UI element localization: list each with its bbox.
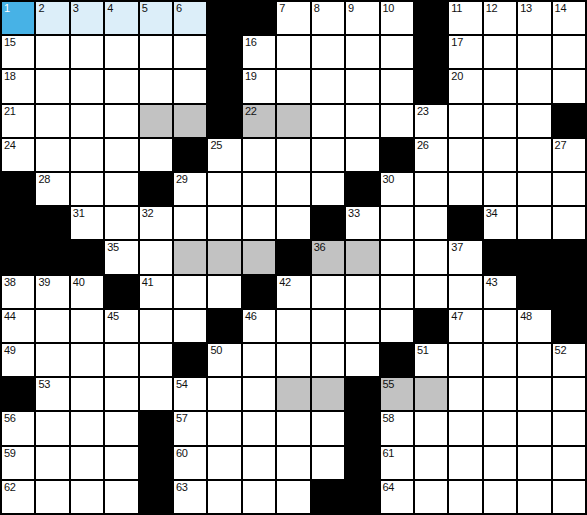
cell-r6c3[interactable] [105, 207, 137, 239]
cell-r9c2[interactable] [71, 310, 103, 342]
cell-r11c11[interactable]: 55 [381, 378, 413, 410]
cell-r8c14[interactable]: 43 [484, 276, 516, 308]
cell-r0c16[interactable]: 14 [553, 2, 585, 34]
clue-number: 22 [245, 105, 257, 118]
clue-number: 32 [142, 207, 154, 220]
clue-number: 44 [4, 310, 16, 323]
cell-r5c2[interactable] [71, 173, 103, 205]
cell-r2c13[interactable]: 20 [449, 70, 481, 102]
cell-r4c10[interactable] [346, 139, 378, 171]
clue-number: 3 [73, 2, 79, 15]
cell-r11c9[interactable] [312, 378, 344, 410]
cell-r5c12[interactable] [415, 173, 447, 205]
cell-r1c8[interactable] [277, 36, 309, 68]
cell-r6c5[interactable] [174, 207, 206, 239]
cell-r5c16[interactable] [553, 173, 585, 205]
cell-r6c2[interactable]: 31 [71, 207, 103, 239]
cell-r4c7[interactable] [243, 139, 275, 171]
black-cell-r1c12 [415, 36, 447, 68]
cell-r5c6[interactable] [208, 173, 240, 205]
cell-r11c3[interactable] [105, 378, 137, 410]
cell-r10c12[interactable]: 51 [415, 344, 447, 376]
cell-r8c9[interactable] [312, 276, 344, 308]
cell-r1c13[interactable]: 17 [449, 36, 481, 68]
cell-r5c11[interactable]: 30 [381, 173, 413, 205]
black-cell-r8c16 [553, 276, 585, 308]
cell-r0c15[interactable]: 13 [518, 2, 550, 34]
cell-r11c14[interactable] [484, 378, 516, 410]
cell-r9c11[interactable] [381, 310, 413, 342]
cell-r3c15[interactable] [518, 105, 550, 137]
cell-r13c15[interactable] [518, 447, 550, 479]
cell-r10c7[interactable] [243, 344, 275, 376]
cell-r4c2[interactable] [71, 139, 103, 171]
clue-number: 1 [4, 2, 10, 15]
black-cell-r6c13 [449, 207, 481, 239]
cell-r3c14[interactable] [484, 105, 516, 137]
cell-r4c15[interactable] [518, 139, 550, 171]
black-cell-r8c7 [243, 276, 275, 308]
clue-number: 11 [451, 2, 462, 15]
cell-r13c7[interactable] [243, 447, 275, 479]
black-cell-r7c15 [518, 241, 550, 273]
clue-number: 54 [176, 378, 188, 391]
clue-number: 55 [383, 378, 395, 391]
cell-r12c14[interactable] [484, 412, 516, 444]
cell-r8c6[interactable] [208, 276, 240, 308]
cell-r12c3[interactable] [105, 412, 137, 444]
cell-r0c10[interactable]: 9 [346, 2, 378, 34]
cell-r6c8[interactable] [277, 207, 309, 239]
cell-r10c10[interactable] [346, 344, 378, 376]
cell-r4c3[interactable] [105, 139, 137, 171]
black-cell-r14c9 [312, 481, 344, 513]
cell-r4c14[interactable] [484, 139, 516, 171]
black-cell-r7c14 [484, 241, 516, 273]
cell-r4c4[interactable] [140, 139, 172, 171]
cell-r11c7[interactable] [243, 378, 275, 410]
cell-r10c15[interactable] [518, 344, 550, 376]
cell-r1c1[interactable] [36, 36, 68, 68]
black-cell-r10c11 [381, 344, 413, 376]
clue-number: 30 [383, 173, 395, 186]
cell-r1c7[interactable]: 16 [243, 36, 275, 68]
cell-r5c13[interactable] [449, 173, 481, 205]
cell-r12c6[interactable] [208, 412, 240, 444]
cell-r5c3[interactable] [105, 173, 137, 205]
cell-r1c3[interactable] [105, 36, 137, 68]
cell-r8c2[interactable]: 40 [71, 276, 103, 308]
clue-number: 14 [555, 2, 567, 15]
clue-number: 18 [4, 70, 16, 83]
black-cell-r4c5 [174, 139, 206, 171]
cell-r3c11[interactable] [381, 105, 413, 137]
clue-number: 8 [314, 2, 320, 15]
clue-number: 62 [4, 481, 16, 494]
cell-r13c14[interactable] [484, 447, 516, 479]
cell-r1c11[interactable] [381, 36, 413, 68]
black-cell-r13c10 [346, 447, 378, 479]
clue-number: 61 [383, 447, 395, 460]
cell-r7c5[interactable] [174, 241, 206, 273]
cell-r5c15[interactable] [518, 173, 550, 205]
cell-r11c8[interactable] [277, 378, 309, 410]
cell-r2c15[interactable] [518, 70, 550, 102]
cell-r4c8[interactable] [277, 139, 309, 171]
cell-r5c8[interactable] [277, 173, 309, 205]
cell-r2c10[interactable] [346, 70, 378, 102]
cell-r12c8[interactable] [277, 412, 309, 444]
cell-r7c11[interactable] [381, 241, 413, 273]
clue-number: 36 [314, 241, 326, 254]
cell-r1c15[interactable] [518, 36, 550, 68]
black-cell-r4c11 [381, 139, 413, 171]
cell-r10c3[interactable] [105, 344, 137, 376]
cell-r1c4[interactable] [140, 36, 172, 68]
black-cell-r7c16 [553, 241, 585, 273]
clue-number: 60 [176, 447, 188, 460]
cell-r10c6[interactable]: 50 [208, 344, 240, 376]
cell-r9c7[interactable]: 46 [243, 310, 275, 342]
cell-r5c1[interactable]: 28 [36, 173, 68, 205]
cell-r6c16[interactable] [553, 207, 585, 239]
cell-r5c5[interactable]: 29 [174, 173, 206, 205]
cell-r11c12[interactable] [415, 378, 447, 410]
cell-r4c16[interactable]: 27 [553, 139, 585, 171]
cell-r7c4[interactable] [140, 241, 172, 273]
clue-number: 39 [38, 276, 50, 289]
cell-r6c11[interactable] [381, 207, 413, 239]
black-cell-r13c4 [140, 447, 172, 479]
cell-r8c11[interactable] [381, 276, 413, 308]
cell-r0c8[interactable]: 7 [277, 2, 309, 34]
clue-number: 16 [245, 36, 257, 49]
cell-r1c10[interactable] [346, 36, 378, 68]
clue-number: 48 [520, 310, 532, 323]
cell-r12c9[interactable] [312, 412, 344, 444]
cell-r12c5[interactable]: 57 [174, 412, 206, 444]
clue-number: 49 [4, 344, 16, 357]
clue-number: 2 [38, 2, 44, 15]
cell-r14c3[interactable] [105, 481, 137, 513]
clue-number: 17 [451, 36, 463, 49]
cell-r13c1[interactable] [36, 447, 68, 479]
cell-r13c6[interactable] [208, 447, 240, 479]
cell-r6c4[interactable]: 32 [140, 207, 172, 239]
black-cell-r11c0 [2, 378, 34, 410]
cell-r13c12[interactable] [415, 447, 447, 479]
cell-r8c8[interactable]: 42 [277, 276, 309, 308]
clue-number: 63 [176, 481, 188, 494]
cell-r3c9[interactable] [312, 105, 344, 137]
cell-r3c13[interactable] [449, 105, 481, 137]
black-cell-r10c5 [174, 344, 206, 376]
clue-number: 38 [4, 276, 16, 289]
cell-r7c3[interactable]: 35 [105, 241, 137, 273]
cell-r13c0[interactable]: 59 [2, 447, 34, 479]
cell-r14c2[interactable] [71, 481, 103, 513]
cell-r9c5[interactable] [174, 310, 206, 342]
black-cell-r6c9 [312, 207, 344, 239]
cell-r3c3[interactable] [105, 105, 137, 137]
cell-r13c3[interactable] [105, 447, 137, 479]
cell-r13c13[interactable] [449, 447, 481, 479]
black-cell-r3c16 [553, 105, 585, 137]
clue-number: 7 [279, 2, 285, 15]
cell-r9c0[interactable]: 44 [2, 310, 34, 342]
cell-r12c15[interactable] [518, 412, 550, 444]
cell-r5c7[interactable] [243, 173, 275, 205]
cell-r8c1[interactable]: 39 [36, 276, 68, 308]
black-cell-r12c4 [140, 412, 172, 444]
clue-number: 4 [107, 2, 113, 15]
cell-r13c11[interactable]: 61 [381, 447, 413, 479]
cell-r14c13[interactable] [449, 481, 481, 513]
cell-r3c4[interactable] [140, 105, 172, 137]
cell-r2c5[interactable] [174, 70, 206, 102]
cell-r12c16[interactable] [553, 412, 585, 444]
cell-r6c7[interactable] [243, 207, 275, 239]
cell-r3c12[interactable]: 23 [415, 105, 447, 137]
cell-r14c7[interactable] [243, 481, 275, 513]
cell-r11c15[interactable] [518, 378, 550, 410]
black-cell-r8c15 [518, 276, 550, 308]
cell-r2c11[interactable] [381, 70, 413, 102]
cell-r3c0[interactable]: 21 [2, 105, 34, 137]
cell-r1c5[interactable] [174, 36, 206, 68]
cell-r10c16[interactable]: 52 [553, 344, 585, 376]
cell-r14c16[interactable] [553, 481, 585, 513]
cell-r11c6[interactable] [208, 378, 240, 410]
cell-r2c9[interactable] [312, 70, 344, 102]
cell-r13c16[interactable] [553, 447, 585, 479]
cell-r10c13[interactable] [449, 344, 481, 376]
cell-r6c15[interactable] [518, 207, 550, 239]
cell-r14c1[interactable] [36, 481, 68, 513]
cell-r8c4[interactable]: 41 [140, 276, 172, 308]
cell-r7c7[interactable] [243, 241, 275, 273]
clue-number: 31 [73, 207, 85, 220]
clue-number: 29 [176, 173, 188, 186]
cell-r3c2[interactable] [71, 105, 103, 137]
black-cell-r9c12 [415, 310, 447, 342]
crossword-grid: 1234567891011121314151617181920212223242… [0, 0, 587, 515]
clue-number: 24 [4, 139, 16, 152]
cell-r0c5[interactable]: 6 [174, 2, 206, 34]
cell-r14c14[interactable] [484, 481, 516, 513]
cell-r10c4[interactable] [140, 344, 172, 376]
black-cell-r14c10 [346, 481, 378, 513]
clue-number: 43 [486, 276, 498, 289]
clue-number: 15 [4, 36, 16, 49]
clue-number: 52 [555, 344, 567, 357]
cell-r10c0[interactable]: 49 [2, 344, 34, 376]
cell-r3c8[interactable] [277, 105, 309, 137]
cell-r9c13[interactable]: 47 [449, 310, 481, 342]
cell-r12c2[interactable] [71, 412, 103, 444]
black-cell-r9c16 [553, 310, 585, 342]
clue-number: 5 [142, 2, 148, 15]
cell-r13c8[interactable] [277, 447, 309, 479]
cell-r2c4[interactable] [140, 70, 172, 102]
clue-number: 58 [383, 412, 395, 425]
cell-r6c10[interactable]: 33 [346, 207, 378, 239]
clue-number: 47 [451, 310, 463, 323]
black-cell-r8c3 [105, 276, 137, 308]
cell-r4c1[interactable] [36, 139, 68, 171]
cell-r6c12[interactable] [415, 207, 447, 239]
cell-r9c1[interactable] [36, 310, 68, 342]
clue-number: 35 [107, 241, 119, 254]
black-cell-r6c1 [36, 207, 68, 239]
clue-number: 10 [383, 2, 395, 15]
cell-r7c12[interactable] [415, 241, 447, 273]
cell-r14c8[interactable] [277, 481, 309, 513]
cell-r0c1[interactable]: 2 [36, 2, 68, 34]
cell-r9c10[interactable] [346, 310, 378, 342]
cell-r6c6[interactable] [208, 207, 240, 239]
cell-r4c0[interactable]: 24 [2, 139, 34, 171]
cell-r3c10[interactable] [346, 105, 378, 137]
cell-r2c1[interactable] [36, 70, 68, 102]
cell-r14c15[interactable] [518, 481, 550, 513]
cell-r10c1[interactable] [36, 344, 68, 376]
cell-r7c13[interactable]: 37 [449, 241, 481, 273]
cell-r2c0[interactable]: 18 [2, 70, 34, 102]
clue-number: 34 [486, 207, 498, 220]
black-cell-r6c0 [2, 207, 34, 239]
clue-number: 6 [176, 2, 182, 15]
clue-number: 28 [38, 173, 50, 186]
cell-r12c0[interactable]: 56 [2, 412, 34, 444]
cell-r4c13[interactable] [449, 139, 481, 171]
cell-r0c13[interactable]: 11 [449, 2, 481, 34]
cell-r11c2[interactable] [71, 378, 103, 410]
cell-r0c9[interactable]: 8 [312, 2, 344, 34]
cell-r10c8[interactable] [277, 344, 309, 376]
cell-r1c2[interactable] [71, 36, 103, 68]
cell-r8c0[interactable]: 38 [2, 276, 34, 308]
clue-number: 57 [176, 412, 188, 425]
cell-r14c0[interactable]: 62 [2, 481, 34, 513]
cell-r11c16[interactable] [553, 378, 585, 410]
cell-r11c13[interactable] [449, 378, 481, 410]
cell-r12c12[interactable] [415, 412, 447, 444]
cell-r4c12[interactable]: 26 [415, 139, 447, 171]
cell-r2c7[interactable]: 19 [243, 70, 275, 102]
cell-r5c14[interactable] [484, 173, 516, 205]
cell-r14c5[interactable]: 63 [174, 481, 206, 513]
cell-r9c14[interactable] [484, 310, 516, 342]
clue-number: 9 [348, 2, 354, 15]
cell-r0c14[interactable]: 12 [484, 2, 516, 34]
black-cell-r9c6 [208, 310, 240, 342]
cell-r4c6[interactable]: 25 [208, 139, 240, 171]
cell-r1c16[interactable] [553, 36, 585, 68]
cell-r0c3[interactable]: 4 [105, 2, 137, 34]
cell-r10c2[interactable] [71, 344, 103, 376]
cell-r3c5[interactable] [174, 105, 206, 137]
cell-r7c10[interactable] [346, 241, 378, 273]
cell-r12c11[interactable]: 58 [381, 412, 413, 444]
cell-r0c4[interactable]: 5 [140, 2, 172, 34]
cell-r4c9[interactable] [312, 139, 344, 171]
cell-r2c3[interactable] [105, 70, 137, 102]
cell-r14c11[interactable]: 64 [381, 481, 413, 513]
cell-r9c4[interactable] [140, 310, 172, 342]
cell-r0c0[interactable]: 1 [2, 2, 34, 34]
clue-number: 41 [142, 276, 154, 289]
cell-r0c2[interactable]: 3 [71, 2, 103, 34]
cell-r8c13[interactable] [449, 276, 481, 308]
cell-r10c9[interactable] [312, 344, 344, 376]
black-cell-r5c10 [346, 173, 378, 205]
black-cell-r12c10 [346, 412, 378, 444]
cell-r12c7[interactable] [243, 412, 275, 444]
cell-r2c16[interactable] [553, 70, 585, 102]
cell-r9c3[interactable]: 45 [105, 310, 137, 342]
cell-r9c8[interactable] [277, 310, 309, 342]
cell-r7c9[interactable]: 36 [312, 241, 344, 273]
cell-r12c1[interactable] [36, 412, 68, 444]
cell-r11c5[interactable]: 54 [174, 378, 206, 410]
cell-r10c14[interactable] [484, 344, 516, 376]
cell-r1c9[interactable] [312, 36, 344, 68]
clue-number: 33 [348, 207, 360, 220]
cell-r8c12[interactable] [415, 276, 447, 308]
cell-r2c8[interactable] [277, 70, 309, 102]
clue-number: 46 [245, 310, 257, 323]
cell-r0c11[interactable]: 10 [381, 2, 413, 34]
cell-r5c9[interactable] [312, 173, 344, 205]
cell-r6c14[interactable]: 34 [484, 207, 516, 239]
cell-r3c7[interactable]: 22 [243, 105, 275, 137]
cell-r12c13[interactable] [449, 412, 481, 444]
cell-r8c10[interactable] [346, 276, 378, 308]
clue-number: 37 [451, 241, 463, 254]
cell-r9c15[interactable]: 48 [518, 310, 550, 342]
cell-r2c2[interactable] [71, 70, 103, 102]
clue-number: 53 [38, 378, 50, 391]
clue-number: 20 [451, 70, 463, 83]
black-cell-r5c4 [140, 173, 172, 205]
cell-r9c9[interactable] [312, 310, 344, 342]
clue-number: 21 [4, 105, 16, 118]
cell-r11c4[interactable] [140, 378, 172, 410]
cell-r8c5[interactable] [174, 276, 206, 308]
cell-r11c1[interactable]: 53 [36, 378, 68, 410]
black-cell-r5c0 [2, 173, 34, 205]
cell-r13c2[interactable] [71, 447, 103, 479]
clue-number: 40 [73, 276, 85, 289]
black-cell-r2c6 [208, 70, 240, 102]
cell-r14c12[interactable] [415, 481, 447, 513]
black-cell-r3c6 [208, 105, 240, 137]
black-cell-r0c7 [243, 2, 275, 34]
clue-number: 50 [210, 344, 222, 357]
black-cell-r0c6 [208, 2, 240, 34]
cell-r1c14[interactable] [484, 36, 516, 68]
clue-number: 25 [210, 139, 222, 152]
cell-r1c0[interactable]: 15 [2, 36, 34, 68]
cell-r13c5[interactable]: 60 [174, 447, 206, 479]
cell-r14c6[interactable] [208, 481, 240, 513]
cell-r3c1[interactable] [36, 105, 68, 137]
cell-r2c14[interactable] [484, 70, 516, 102]
clue-number: 12 [486, 2, 498, 15]
cell-r7c6[interactable] [208, 241, 240, 273]
cell-r13c9[interactable] [312, 447, 344, 479]
